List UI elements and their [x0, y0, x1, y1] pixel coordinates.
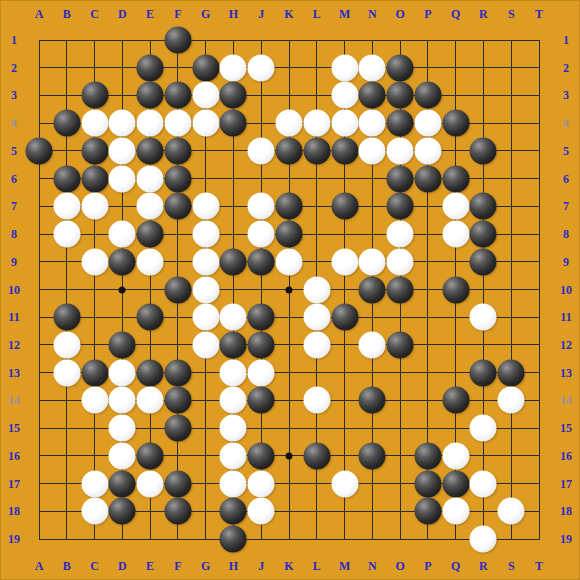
stone-black-M7 — [331, 193, 358, 220]
stone-black-N3 — [359, 82, 386, 109]
col-label-bottom-N: N — [368, 559, 377, 574]
stone-black-O10 — [387, 276, 414, 303]
stone-white-J7 — [248, 193, 275, 220]
stone-black-B11 — [53, 304, 80, 331]
grid-hline-3 — [39, 95, 540, 96]
col-label-bottom-O: O — [395, 559, 404, 574]
stone-black-F1 — [164, 27, 191, 54]
stone-white-O8 — [387, 221, 414, 248]
row-label-right-10: 10 — [560, 282, 572, 297]
row-label-right-19: 19 — [560, 532, 572, 547]
stone-white-C7 — [81, 193, 108, 220]
stone-white-L14 — [303, 387, 330, 414]
stone-white-F4 — [164, 110, 191, 137]
row-label-right-3: 3 — [563, 88, 569, 103]
stone-black-O6 — [387, 165, 414, 192]
stone-black-E3 — [137, 82, 164, 109]
stone-black-F3 — [164, 82, 191, 109]
stone-black-C3 — [81, 82, 108, 109]
stone-white-E6 — [137, 165, 164, 192]
row-label-right-9: 9 — [563, 254, 569, 269]
stone-white-P5 — [414, 137, 441, 164]
row-label-left-3: 3 — [11, 88, 17, 103]
col-label-top-O: O — [395, 7, 404, 22]
col-label-bottom-Q: Q — [451, 559, 460, 574]
stone-black-J11 — [248, 304, 275, 331]
row-label-left-5: 5 — [11, 143, 17, 158]
stone-black-F13 — [164, 359, 191, 386]
stone-white-R15 — [470, 415, 497, 442]
stone-white-Q16 — [442, 442, 469, 469]
stone-black-C6 — [81, 165, 108, 192]
row-label-left-14: 14 — [8, 393, 20, 408]
stone-white-P4 — [414, 110, 441, 137]
col-label-bottom-H: H — [229, 559, 238, 574]
stone-black-D9 — [109, 248, 136, 275]
stone-black-P18 — [414, 498, 441, 525]
row-label-right-12: 12 — [560, 337, 572, 352]
row-label-right-7: 7 — [563, 199, 569, 214]
row-label-left-8: 8 — [11, 227, 17, 242]
stone-white-E17 — [137, 470, 164, 497]
col-label-bottom-M: M — [339, 559, 350, 574]
col-label-bottom-K: K — [284, 559, 293, 574]
stone-black-F7 — [164, 193, 191, 220]
stone-white-J2 — [248, 54, 275, 81]
row-label-left-11: 11 — [8, 310, 19, 325]
stone-white-K4 — [276, 110, 303, 137]
stone-black-J16 — [248, 442, 275, 469]
col-label-bottom-E: E — [146, 559, 154, 574]
col-label-top-M: M — [339, 7, 350, 22]
col-label-bottom-B: B — [63, 559, 71, 574]
stone-black-F6 — [164, 165, 191, 192]
stone-black-P17 — [414, 470, 441, 497]
row-label-right-8: 8 — [563, 227, 569, 242]
stone-white-L12 — [303, 331, 330, 358]
row-label-left-7: 7 — [11, 199, 17, 214]
col-label-top-Q: Q — [451, 7, 460, 22]
stone-black-K8 — [276, 221, 303, 248]
row-label-left-15: 15 — [8, 421, 20, 436]
col-label-bottom-L: L — [313, 559, 321, 574]
stone-white-G12 — [192, 331, 219, 358]
star-point-K16 — [286, 452, 293, 459]
row-label-right-17: 17 — [560, 476, 572, 491]
stone-black-O3 — [387, 82, 414, 109]
stone-white-J18 — [248, 498, 275, 525]
col-label-bottom-C: C — [90, 559, 99, 574]
stone-black-G2 — [192, 54, 219, 81]
stone-black-D17 — [109, 470, 136, 497]
row-label-left-10: 10 — [8, 282, 20, 297]
stone-black-H9 — [220, 248, 247, 275]
stone-white-C14 — [81, 387, 108, 414]
col-label-bottom-R: R — [479, 559, 488, 574]
stone-white-H16 — [220, 442, 247, 469]
stone-white-N4 — [359, 110, 386, 137]
stone-white-Q18 — [442, 498, 469, 525]
stone-black-B6 — [53, 165, 80, 192]
stone-white-B13 — [53, 359, 80, 386]
star-point-K10 — [286, 286, 293, 293]
stone-white-O9 — [387, 248, 414, 275]
stone-white-J13 — [248, 359, 275, 386]
stone-black-P3 — [414, 82, 441, 109]
row-label-left-1: 1 — [11, 33, 17, 48]
stone-black-R9 — [470, 248, 497, 275]
col-label-top-N: N — [368, 7, 377, 22]
stone-black-R5 — [470, 137, 497, 164]
stone-white-S14 — [498, 387, 525, 414]
grid-hline-11 — [39, 317, 540, 318]
stone-white-E4 — [137, 110, 164, 137]
stone-white-D14 — [109, 387, 136, 414]
stone-white-M9 — [331, 248, 358, 275]
stone-white-Q7 — [442, 193, 469, 220]
stone-white-G7 — [192, 193, 219, 220]
stone-black-F17 — [164, 470, 191, 497]
stone-black-C5 — [81, 137, 108, 164]
stone-white-C4 — [81, 110, 108, 137]
stone-white-Q8 — [442, 221, 469, 248]
stone-black-P6 — [414, 165, 441, 192]
stone-white-H13 — [220, 359, 247, 386]
col-label-bottom-T: T — [535, 559, 543, 574]
stone-black-P16 — [414, 442, 441, 469]
stone-black-E8 — [137, 221, 164, 248]
col-label-bottom-D: D — [118, 559, 127, 574]
col-label-top-E: E — [146, 7, 154, 22]
stone-white-N2 — [359, 54, 386, 81]
stone-black-J14 — [248, 387, 275, 414]
row-label-left-2: 2 — [11, 60, 17, 75]
grid-vline-R — [483, 40, 484, 540]
col-label-top-G: G — [201, 7, 210, 22]
stone-black-E13 — [137, 359, 164, 386]
stone-black-L16 — [303, 442, 330, 469]
stone-black-H12 — [220, 331, 247, 358]
stone-white-M2 — [331, 54, 358, 81]
stone-black-O2 — [387, 54, 414, 81]
row-label-right-13: 13 — [560, 365, 572, 380]
stone-black-B4 — [53, 110, 80, 137]
row-label-right-1: 1 — [563, 33, 569, 48]
row-label-left-9: 9 — [11, 254, 17, 269]
grid-hline-2 — [39, 67, 540, 68]
stone-white-J8 — [248, 221, 275, 248]
stone-white-J5 — [248, 137, 275, 164]
stone-white-D4 — [109, 110, 136, 137]
stone-white-L4 — [303, 110, 330, 137]
row-label-left-17: 17 — [8, 476, 20, 491]
col-label-top-C: C — [90, 7, 99, 22]
col-label-bottom-P: P — [424, 559, 431, 574]
row-label-right-18: 18 — [560, 504, 572, 519]
stone-white-N5 — [359, 137, 386, 164]
stone-white-H17 — [220, 470, 247, 497]
col-label-top-A: A — [35, 7, 44, 22]
col-label-bottom-G: G — [201, 559, 210, 574]
stone-black-N16 — [359, 442, 386, 469]
stone-white-O5 — [387, 137, 414, 164]
stone-black-F15 — [164, 415, 191, 442]
stone-white-D5 — [109, 137, 136, 164]
stone-white-D8 — [109, 221, 136, 248]
stone-white-R19 — [470, 526, 497, 553]
stone-white-S18 — [498, 498, 525, 525]
grid-hline-1 — [39, 40, 540, 41]
grid-vline-A — [39, 40, 40, 540]
stone-black-Q10 — [442, 276, 469, 303]
stone-white-R17 — [470, 470, 497, 497]
stone-black-R13 — [470, 359, 497, 386]
col-label-top-B: B — [63, 7, 71, 22]
stone-white-C17 — [81, 470, 108, 497]
stone-black-E5 — [137, 137, 164, 164]
stone-black-O7 — [387, 193, 414, 220]
grid-hline-19 — [39, 539, 540, 540]
stone-black-F18 — [164, 498, 191, 525]
stone-black-Q14 — [442, 387, 469, 414]
col-label-top-S: S — [508, 7, 515, 22]
stone-black-O4 — [387, 110, 414, 137]
col-label-top-F: F — [174, 7, 181, 22]
stone-white-J17 — [248, 470, 275, 497]
stone-white-B12 — [53, 331, 80, 358]
stone-black-D12 — [109, 331, 136, 358]
stone-black-D18 — [109, 498, 136, 525]
stone-white-N9 — [359, 248, 386, 275]
stone-black-J9 — [248, 248, 275, 275]
col-label-bottom-S: S — [508, 559, 515, 574]
grid-vline-T — [539, 40, 540, 540]
stone-black-L5 — [303, 137, 330, 164]
stone-white-H15 — [220, 415, 247, 442]
stone-black-K5 — [276, 137, 303, 164]
stone-black-Q4 — [442, 110, 469, 137]
row-label-left-19: 19 — [8, 532, 20, 547]
stone-white-M4 — [331, 110, 358, 137]
stone-black-Q6 — [442, 165, 469, 192]
row-label-left-16: 16 — [8, 448, 20, 463]
stone-black-O12 — [387, 331, 414, 358]
row-label-left-13: 13 — [8, 365, 20, 380]
stone-white-D6 — [109, 165, 136, 192]
stone-black-R8 — [470, 221, 497, 248]
stone-white-H11 — [220, 304, 247, 331]
stone-white-H14 — [220, 387, 247, 414]
stone-white-G10 — [192, 276, 219, 303]
col-label-top-P: P — [424, 7, 431, 22]
stone-white-G11 — [192, 304, 219, 331]
stone-white-H2 — [220, 54, 247, 81]
row-label-right-15: 15 — [560, 421, 572, 436]
row-label-right-2: 2 — [563, 60, 569, 75]
stone-black-N10 — [359, 276, 386, 303]
stone-white-E14 — [137, 387, 164, 414]
row-label-right-14: 14 — [560, 393, 572, 408]
row-label-right-16: 16 — [560, 448, 572, 463]
stone-black-C13 — [81, 359, 108, 386]
stone-white-R11 — [470, 304, 497, 331]
stone-white-G8 — [192, 221, 219, 248]
stone-black-E2 — [137, 54, 164, 81]
stone-black-H19 — [220, 526, 247, 553]
stone-white-D13 — [109, 359, 136, 386]
grid-vline-S — [511, 40, 512, 540]
stone-black-F5 — [164, 137, 191, 164]
stone-black-F10 — [164, 276, 191, 303]
stone-white-G3 — [192, 82, 219, 109]
stone-white-D15 — [109, 415, 136, 442]
row-label-right-5: 5 — [563, 143, 569, 158]
stone-white-K9 — [276, 248, 303, 275]
col-label-top-D: D — [118, 7, 127, 22]
stone-white-E9 — [137, 248, 164, 275]
stone-black-S13 — [498, 359, 525, 386]
stone-black-Q17 — [442, 470, 469, 497]
stone-black-E11 — [137, 304, 164, 331]
stone-white-B7 — [53, 193, 80, 220]
stone-black-A5 — [26, 137, 53, 164]
row-label-left-6: 6 — [11, 171, 17, 186]
col-label-top-J: J — [258, 7, 264, 22]
stone-white-M17 — [331, 470, 358, 497]
stone-black-E16 — [137, 442, 164, 469]
stone-black-H3 — [220, 82, 247, 109]
star-point-D10 — [119, 286, 126, 293]
stone-black-F14 — [164, 387, 191, 414]
stone-white-G9 — [192, 248, 219, 275]
col-label-top-T: T — [535, 7, 543, 22]
col-label-bottom-F: F — [174, 559, 181, 574]
go-board-app: AABBCCDDEEFFGGHHJJKKLLMMNNOOPPQQRRSSTT11… — [0, 0, 580, 580]
stone-black-M11 — [331, 304, 358, 331]
row-label-left-12: 12 — [8, 337, 20, 352]
stone-white-M3 — [331, 82, 358, 109]
stone-white-C18 — [81, 498, 108, 525]
col-label-top-R: R — [479, 7, 488, 22]
col-label-top-H: H — [229, 7, 238, 22]
row-label-left-18: 18 — [8, 504, 20, 519]
row-label-left-4: 4 — [11, 116, 17, 131]
col-label-top-K: K — [284, 7, 293, 22]
col-label-top-L: L — [313, 7, 321, 22]
stone-black-J12 — [248, 331, 275, 358]
row-label-right-11: 11 — [560, 310, 571, 325]
stone-white-L11 — [303, 304, 330, 331]
stone-black-K7 — [276, 193, 303, 220]
col-label-bottom-J: J — [258, 559, 264, 574]
stone-black-H18 — [220, 498, 247, 525]
stone-white-G4 — [192, 110, 219, 137]
stone-black-H4 — [220, 110, 247, 137]
stone-white-N12 — [359, 331, 386, 358]
stone-white-L10 — [303, 276, 330, 303]
stone-black-N14 — [359, 387, 386, 414]
stone-black-R7 — [470, 193, 497, 220]
stone-white-C9 — [81, 248, 108, 275]
row-label-right-6: 6 — [563, 171, 569, 186]
stone-white-D16 — [109, 442, 136, 469]
stone-black-M5 — [331, 137, 358, 164]
col-label-bottom-A: A — [35, 559, 44, 574]
row-label-right-4: 4 — [563, 116, 569, 131]
stone-white-E7 — [137, 193, 164, 220]
stone-white-B8 — [53, 221, 80, 248]
